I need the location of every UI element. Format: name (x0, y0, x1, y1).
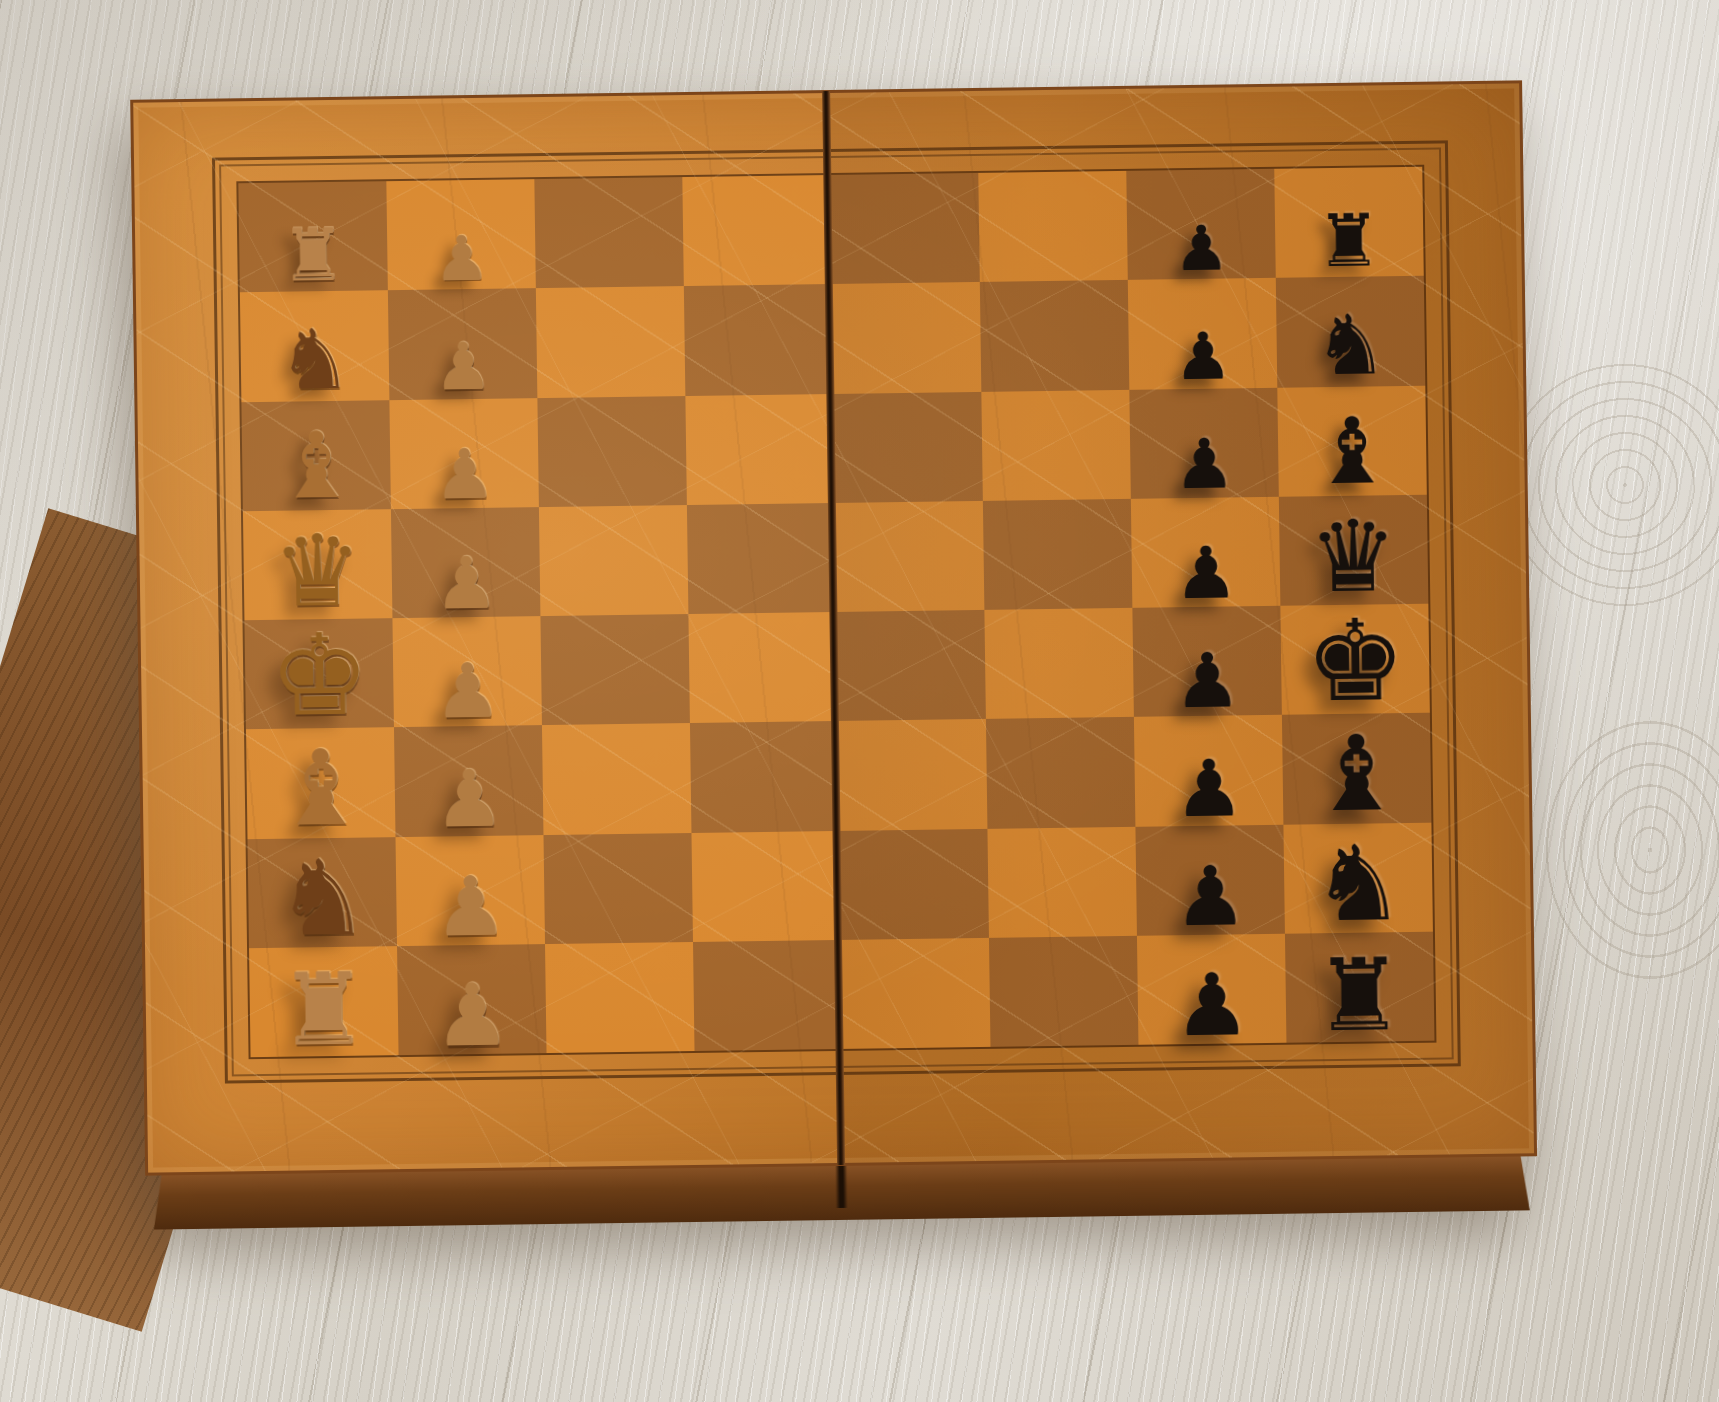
black-pawn[interactable]: ♟ (1173, 751, 1244, 826)
black-bishop[interactable]: ♝ (1311, 407, 1394, 495)
black-knight[interactable]: ♞ (1311, 834, 1406, 934)
white-queen[interactable]: ♛ (273, 524, 363, 619)
black-rook[interactable]: ♜ (1316, 206, 1382, 276)
white-knight[interactable]: ♞ (277, 320, 352, 400)
white-pawn[interactable]: ♟ (433, 548, 498, 617)
black-pawn[interactable]: ♟ (1173, 857, 1248, 936)
black-queen[interactable]: ♛ (1309, 510, 1399, 605)
white-pawn[interactable]: ♟ (433, 228, 490, 288)
black-knight[interactable]: ♞ (1313, 306, 1388, 386)
chess-board: ♜♟♟♜♞♟♟♞♝♟♟♝♛♟♟♛♚♟♟♚♝♟♟♝♞♟♟♞♜♟♟♜ (130, 80, 1538, 1229)
white-bishop[interactable]: ♝ (274, 739, 368, 839)
black-pawn[interactable]: ♟ (1173, 538, 1238, 607)
white-rook[interactable]: ♜ (280, 220, 346, 290)
black-bishop[interactable]: ♝ (1309, 725, 1403, 825)
white-pawn[interactable]: ♟ (433, 335, 492, 398)
black-pawn[interactable]: ♟ (1173, 325, 1232, 388)
white-pawn[interactable]: ♟ (433, 974, 511, 1057)
white-king[interactable]: ♚ (268, 621, 370, 729)
white-pawn[interactable]: ♟ (433, 441, 496, 507)
white-rook[interactable]: ♜ (279, 963, 370, 1059)
white-pawn[interactable]: ♟ (433, 867, 508, 946)
white-pawn[interactable]: ♟ (433, 654, 502, 727)
white-pawn[interactable]: ♟ (433, 761, 504, 836)
black-king[interactable]: ♚ (1304, 607, 1406, 715)
black-pawn[interactable]: ♟ (1173, 431, 1236, 497)
white-knight[interactable]: ♞ (275, 849, 370, 949)
black-pawn[interactable]: ♟ (1173, 644, 1242, 717)
black-pawn[interactable]: ♟ (1173, 963, 1251, 1046)
black-rook[interactable]: ♜ (1314, 948, 1405, 1044)
white-bishop[interactable]: ♝ (275, 422, 358, 510)
black-pawn[interactable]: ♟ (1173, 218, 1230, 278)
board-surface: ♜♟♟♜♞♟♟♞♝♟♟♝♛♟♟♛♚♟♟♚♝♟♟♝♞♟♟♞♜♟♟♜ (130, 80, 1537, 1175)
